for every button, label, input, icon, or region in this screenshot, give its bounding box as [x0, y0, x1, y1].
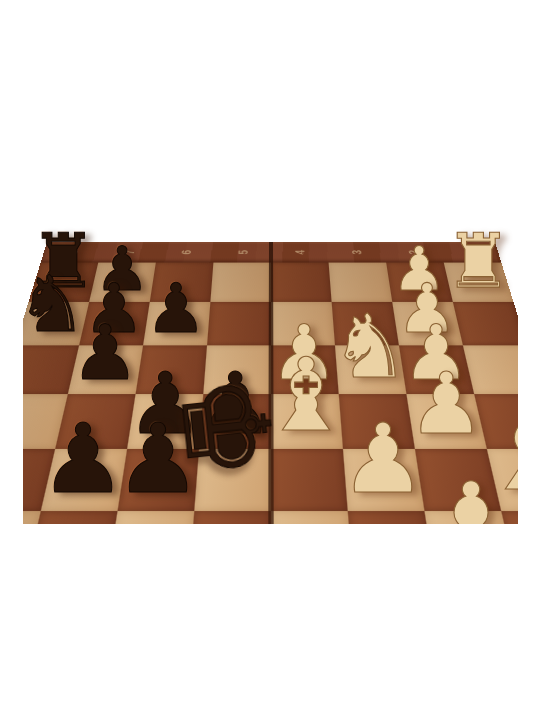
square-g1 [452, 302, 518, 346]
square-g7 [79, 302, 150, 346]
square-h7 [89, 263, 156, 302]
square-h3 [328, 263, 392, 302]
square-d2 [414, 449, 500, 511]
square-d5 [194, 449, 271, 511]
square-c4 [271, 511, 353, 524]
square-e2 [406, 394, 486, 449]
square-d4 [271, 449, 348, 511]
square-c5 [188, 511, 270, 524]
square-d3 [342, 449, 424, 511]
square-f3 [334, 345, 405, 394]
square-h5 [210, 263, 271, 302]
square-g5 [207, 302, 271, 346]
square-c6 [106, 511, 194, 524]
square-f7 [67, 345, 142, 394]
square-h1 [443, 263, 513, 302]
square-e7 [55, 394, 135, 449]
square-c1 [501, 511, 518, 524]
square-f4 [271, 345, 339, 394]
square-e3 [338, 394, 414, 449]
square-d6 [117, 449, 199, 511]
square-f2 [398, 345, 473, 394]
square-d7 [40, 449, 126, 511]
square-c3 [347, 511, 435, 524]
square-f6 [135, 345, 206, 394]
chess-board: 8 7 6 5 4 3 2 1 [23, 242, 518, 524]
square-f5 [203, 345, 271, 394]
board-hinge-seam [267, 242, 274, 524]
square-g6 [143, 302, 210, 346]
square-g3 [331, 302, 398, 346]
square-h6 [149, 263, 213, 302]
square-e5 [199, 394, 271, 449]
square-g2 [392, 302, 463, 346]
square-g4 [271, 302, 335, 346]
square-h8 [28, 263, 98, 302]
square-h4 [271, 263, 332, 302]
product-photo-page: 8 7 6 5 4 3 2 1 ♜♞♟♟♟♟♟♟♟♟♚♜♝♞♝♟♟♟♟♟♟♟ [0, 0, 540, 720]
chessboard-photo: 8 7 6 5 4 3 2 1 ♜♞♟♟♟♟♟♟♟♟♚♜♝♞♝♟♟♟♟♟♟♟ [23, 198, 518, 524]
square-e4 [271, 394, 343, 449]
square-g8 [23, 302, 89, 346]
square-e6 [127, 394, 203, 449]
square-h2 [386, 263, 453, 302]
